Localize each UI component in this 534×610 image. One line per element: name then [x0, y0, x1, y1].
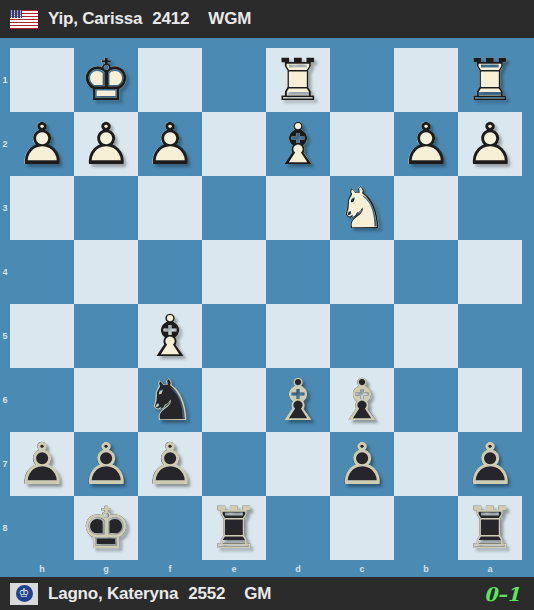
square-d8[interactable] — [266, 496, 330, 560]
bottom-player-name: Lagno, Kateryna — [48, 584, 178, 604]
square-c5[interactable] — [330, 304, 394, 368]
square-f2[interactable]: ♟♙ — [138, 112, 202, 176]
bottom-player-bar: ♔ Lagno, Kateryna 2552 GM 0–1 — [0, 577, 534, 610]
square-d6[interactable]: ♝♗ — [266, 368, 330, 432]
square-a8[interactable]: ♜♖ — [458, 496, 522, 560]
square-a1[interactable]: ♜♖ — [458, 48, 522, 112]
board-frame: ♚♔♜♖♜♖♟♙♟♙♟♙♝♗♟♙♟♙♞♘♝♗♞♘♝♗♝♗♟♙♟♙♟♙♟♙♟♙♚♔… — [0, 38, 534, 577]
square-h7[interactable]: ♟♙ — [10, 432, 74, 496]
square-f3[interactable] — [138, 176, 202, 240]
black-pawn-h7[interactable]: ♟♙ — [10, 432, 74, 496]
square-e4[interactable] — [202, 240, 266, 304]
white-knight-glyph-outline: ♘ — [330, 176, 394, 240]
white-rook-glyph-outline: ♖ — [458, 48, 522, 112]
black-king-glyph-outline: ♔ — [74, 496, 138, 560]
board: ♚♔♜♖♜♖♟♙♟♙♟♙♝♗♟♙♟♙♞♘♝♗♞♘♝♗♝♗♟♙♟♙♟♙♟♙♟♙♚♔… — [10, 48, 522, 560]
file-label-d: d — [266, 561, 330, 577]
square-d1[interactable]: ♜♖ — [266, 48, 330, 112]
square-a7[interactable]: ♟♙ — [458, 432, 522, 496]
black-bishop-d6[interactable]: ♝♗ — [266, 368, 330, 432]
black-king-g8[interactable]: ♚♔ — [74, 496, 138, 560]
top-player-rating: 2412 — [152, 9, 189, 29]
square-d3[interactable] — [266, 176, 330, 240]
white-pawn-f2[interactable]: ♟♙ — [138, 112, 202, 176]
black-pawn-a7[interactable]: ♟♙ — [458, 432, 522, 496]
rank-label-8: 8 — [0, 496, 10, 560]
bottom-player-rating: 2552 — [188, 584, 225, 604]
square-h6[interactable] — [10, 368, 74, 432]
square-g3[interactable] — [74, 176, 138, 240]
square-d2[interactable]: ♝♗ — [266, 112, 330, 176]
square-h5[interactable] — [10, 304, 74, 368]
square-g8[interactable]: ♚♔ — [74, 496, 138, 560]
file-label-g: g — [74, 561, 138, 577]
square-b3[interactable] — [394, 176, 458, 240]
black-knight-f6[interactable]: ♞♘ — [138, 368, 202, 432]
square-e6[interactable] — [202, 368, 266, 432]
top-player-bar: Yip, Carissa 2412 WGM — [0, 0, 534, 38]
square-e1[interactable] — [202, 48, 266, 112]
black-pawn-c7[interactable]: ♟♙ — [330, 432, 394, 496]
rank-label-6: 6 — [0, 368, 10, 432]
square-f5[interactable]: ♝♗ — [138, 304, 202, 368]
square-g5[interactable] — [74, 304, 138, 368]
black-rook-e8[interactable]: ♜♖ — [202, 496, 266, 560]
rank-label-4: 4 — [0, 240, 10, 304]
white-bishop-d2[interactable]: ♝♗ — [266, 112, 330, 176]
rank-label-1: 1 — [0, 48, 10, 112]
rank-label-5: 5 — [0, 304, 10, 368]
black-pawn-glyph-outline: ♙ — [10, 432, 74, 496]
white-rook-a1[interactable]: ♜♖ — [458, 48, 522, 112]
white-pawn-b2[interactable]: ♟♙ — [394, 112, 458, 176]
square-f4[interactable] — [138, 240, 202, 304]
square-f7[interactable]: ♟♙ — [138, 432, 202, 496]
square-g6[interactable] — [74, 368, 138, 432]
white-pawn-glyph-outline: ♙ — [10, 112, 74, 176]
square-g4[interactable] — [74, 240, 138, 304]
black-pawn-glyph-outline: ♙ — [330, 432, 394, 496]
white-rook-glyph-outline: ♖ — [266, 48, 330, 112]
black-pawn-glyph-outline: ♙ — [74, 432, 138, 496]
black-rook-glyph-outline: ♖ — [202, 496, 266, 560]
fide-flag-icon: ♔ — [10, 583, 38, 605]
square-h8[interactable] — [10, 496, 74, 560]
top-player-name: Yip, Carissa — [48, 9, 142, 29]
white-bishop-glyph-outline: ♗ — [266, 112, 330, 176]
square-g1[interactable]: ♚♔ — [74, 48, 138, 112]
white-pawn-glyph-outline: ♙ — [138, 112, 202, 176]
white-king-glyph-outline: ♔ — [74, 48, 138, 112]
square-f8[interactable] — [138, 496, 202, 560]
black-bishop-c6[interactable]: ♝♗ — [330, 368, 394, 432]
square-b4[interactable] — [394, 240, 458, 304]
square-d7[interactable] — [266, 432, 330, 496]
square-h3[interactable] — [10, 176, 74, 240]
square-c7[interactable]: ♟♙ — [330, 432, 394, 496]
white-pawn-g2[interactable]: ♟♙ — [74, 112, 138, 176]
square-a3[interactable] — [458, 176, 522, 240]
game-result: 0–1 — [484, 583, 520, 605]
us-flag-canton — [10, 10, 22, 18]
square-h2[interactable]: ♟♙ — [10, 112, 74, 176]
black-pawn-glyph-outline: ♙ — [458, 432, 522, 496]
rank-label-2: 2 — [0, 112, 10, 176]
white-pawn-h2[interactable]: ♟♙ — [10, 112, 74, 176]
white-pawn-glyph-outline: ♙ — [74, 112, 138, 176]
square-c2[interactable] — [330, 112, 394, 176]
square-b2[interactable]: ♟♙ — [394, 112, 458, 176]
black-bishop-glyph-outline: ♗ — [266, 368, 330, 432]
square-b8[interactable] — [394, 496, 458, 560]
square-c1[interactable] — [330, 48, 394, 112]
black-bishop-glyph-outline: ♗ — [330, 368, 394, 432]
square-d4[interactable] — [266, 240, 330, 304]
white-bishop-f5[interactable]: ♝♗ — [138, 304, 202, 368]
file-label-b: b — [394, 561, 458, 577]
file-label-e: e — [202, 561, 266, 577]
top-player-title: WGM — [208, 9, 251, 29]
white-knight-c3[interactable]: ♞♘ — [330, 176, 394, 240]
square-b5[interactable] — [394, 304, 458, 368]
white-bishop-glyph-outline: ♗ — [138, 304, 202, 368]
white-pawn-glyph-outline: ♙ — [394, 112, 458, 176]
black-pawn-glyph-outline: ♙ — [138, 432, 202, 496]
file-label-h: h — [10, 561, 74, 577]
square-b6[interactable] — [394, 368, 458, 432]
rank-label-3: 3 — [0, 176, 10, 240]
file-label-c: c — [330, 561, 394, 577]
square-e8[interactable]: ♜♖ — [202, 496, 266, 560]
square-e3[interactable] — [202, 176, 266, 240]
fide-globe-icon: ♔ — [16, 585, 33, 602]
black-pawn-g7[interactable]: ♟♙ — [74, 432, 138, 496]
white-king-g1[interactable]: ♚♔ — [74, 48, 138, 112]
square-a5[interactable] — [458, 304, 522, 368]
bottom-player-title: GM — [244, 584, 271, 604]
white-pawn-a2[interactable]: ♟♙ — [458, 112, 522, 176]
square-e2[interactable] — [202, 112, 266, 176]
black-knight-glyph-outline: ♘ — [138, 368, 202, 432]
file-label-f: f — [138, 561, 202, 577]
square-h4[interactable] — [10, 240, 74, 304]
rank-label-7: 7 — [0, 432, 10, 496]
square-b1[interactable] — [394, 48, 458, 112]
square-e5[interactable] — [202, 304, 266, 368]
square-a6[interactable] — [458, 368, 522, 432]
square-h1[interactable] — [10, 48, 74, 112]
square-g2[interactable]: ♟♙ — [74, 112, 138, 176]
white-rook-d1[interactable]: ♜♖ — [266, 48, 330, 112]
square-f6[interactable]: ♞♘ — [138, 368, 202, 432]
square-a2[interactable]: ♟♙ — [458, 112, 522, 176]
us-flag-icon — [10, 10, 38, 29]
square-f1[interactable] — [138, 48, 202, 112]
square-c3[interactable]: ♞♘ — [330, 176, 394, 240]
square-c4[interactable] — [330, 240, 394, 304]
square-g7[interactable]: ♟♙ — [74, 432, 138, 496]
square-a4[interactable] — [458, 240, 522, 304]
white-pawn-glyph-outline: ♙ — [458, 112, 522, 176]
square-b7[interactable] — [394, 432, 458, 496]
chess-app: Yip, Carissa 2412 WGM ♚♔♜♖♜♖♟♙♟♙♟♙♝♗♟♙♟♙… — [0, 0, 534, 610]
file-label-a: a — [458, 561, 522, 577]
square-c8[interactable] — [330, 496, 394, 560]
black-pawn-f7[interactable]: ♟♙ — [138, 432, 202, 496]
square-e7[interactable] — [202, 432, 266, 496]
black-rook-glyph-outline: ♖ — [458, 496, 522, 560]
black-rook-a8[interactable]: ♜♖ — [458, 496, 522, 560]
square-c6[interactable]: ♝♗ — [330, 368, 394, 432]
square-d5[interactable] — [266, 304, 330, 368]
